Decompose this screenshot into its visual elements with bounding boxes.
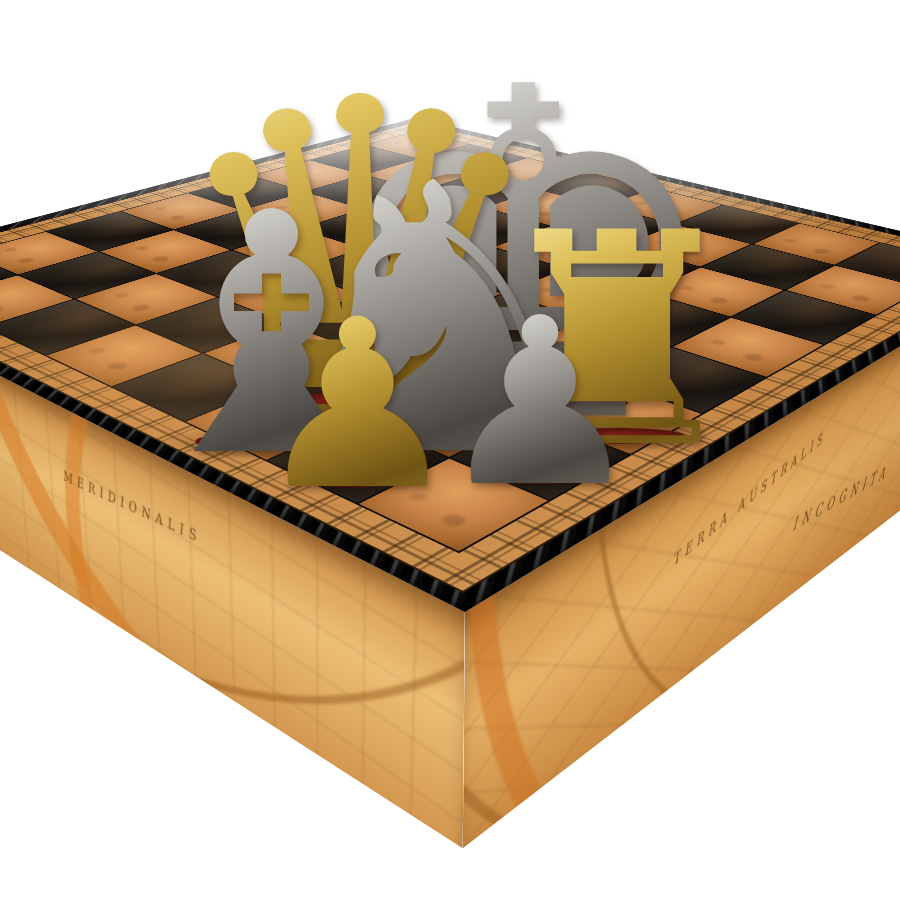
- pieces-layer: ♝♟♛♞♚♟♜: [0, 0, 900, 900]
- product-photo-stage: AUSTRALIAMERIDIONALISTERRA AUSTRALISINCO…: [0, 0, 900, 900]
- piece-gold-pawn[interactable]: ♟: [253, 289, 462, 523]
- pawn-glyph: ♟: [436, 288, 644, 520]
- pawn-glyph: ♟: [253, 289, 462, 523]
- piece-silver-pawn[interactable]: ♟: [436, 288, 644, 520]
